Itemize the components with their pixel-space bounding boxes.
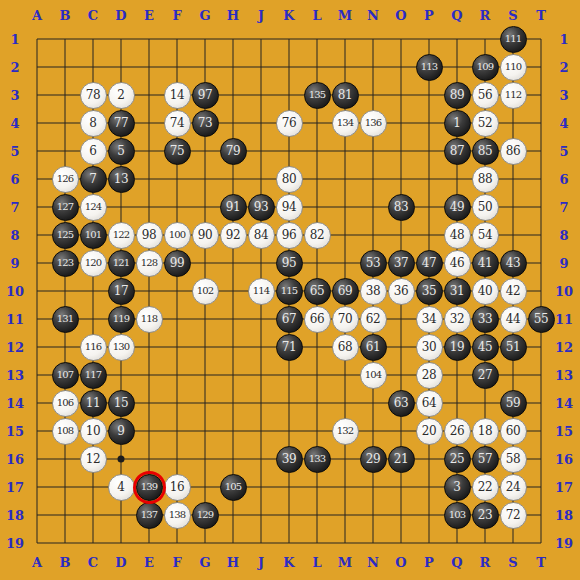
coord-label-left-6: 6 — [10, 172, 19, 187]
stone-black-107: 107 — [52, 362, 79, 389]
stone-black-31: 31 — [444, 278, 471, 305]
coord-label-bottom-J: J — [258, 555, 264, 570]
stone-black-111: 111 — [500, 26, 527, 53]
stone-number: 96 — [282, 229, 297, 241]
coord-label-right-16: 16 — [555, 452, 573, 467]
stone-black-35: 35 — [416, 278, 443, 305]
stone-number: 136 — [365, 118, 382, 128]
stone-white-50: 50 — [472, 194, 499, 221]
coord-label-left-11: 11 — [6, 312, 24, 327]
stone-black-53: 53 — [360, 250, 387, 277]
stone-white-36: 36 — [388, 278, 415, 305]
stone-white-108: 108 — [52, 418, 79, 445]
stone-white-44: 44 — [500, 306, 527, 333]
stone-number: 19 — [450, 341, 465, 353]
stone-number: 53 — [366, 257, 381, 269]
coord-label-top-J: J — [258, 8, 264, 23]
stone-number: 79 — [226, 145, 241, 157]
stone-number: 51 — [506, 341, 521, 353]
coord-label-right-17: 17 — [555, 480, 573, 495]
stone-number: 56 — [478, 89, 493, 101]
stone-white-102: 102 — [192, 278, 219, 305]
stone-white-8: 8 — [80, 110, 107, 137]
coord-label-top-S: S — [508, 8, 517, 23]
stone-number: 71 — [282, 341, 297, 353]
stone-number: 69 — [338, 285, 353, 297]
coord-label-top-R: R — [480, 8, 491, 23]
coord-label-top-Q: Q — [451, 8, 462, 23]
stone-number: 112 — [505, 90, 522, 100]
stone-black-121: 121 — [108, 250, 135, 277]
coord-label-bottom-D: D — [115, 555, 126, 570]
coord-label-right-4: 4 — [559, 116, 568, 131]
stone-number: 125 — [57, 230, 74, 240]
stone-number: 7 — [89, 173, 96, 185]
stone-white-80: 80 — [276, 166, 303, 193]
star-point-D16 — [118, 456, 125, 463]
stone-number: 124 — [85, 202, 102, 212]
stone-number: 42 — [506, 285, 521, 297]
coord-label-left-8: 8 — [10, 228, 19, 243]
stone-number: 81 — [338, 89, 353, 101]
stone-black-59: 59 — [500, 390, 527, 417]
stone-number: 101 — [85, 230, 102, 240]
stone-number: 134 — [337, 118, 354, 128]
stone-number: 86 — [506, 145, 521, 157]
stone-number: 63 — [394, 397, 409, 409]
stone-black-127: 127 — [52, 194, 79, 221]
stone-black-7: 7 — [80, 166, 107, 193]
stone-white-112: 112 — [500, 82, 527, 109]
stone-black-113: 113 — [416, 54, 443, 81]
coord-label-bottom-Q: Q — [451, 555, 462, 570]
stone-black-45: 45 — [472, 334, 499, 361]
stone-white-60: 60 — [500, 418, 527, 445]
stone-white-28: 28 — [416, 362, 443, 389]
stone-number: 17 — [114, 285, 129, 297]
coord-label-bottom-L: L — [312, 555, 321, 570]
stone-black-55: 55 — [528, 306, 555, 333]
stone-number: 39 — [282, 453, 297, 465]
stone-number: 55 — [534, 313, 549, 325]
stone-number: 11 — [86, 397, 101, 409]
stone-white-16: 16 — [164, 474, 191, 501]
coord-label-top-C: C — [88, 8, 98, 23]
stone-number: 93 — [254, 201, 269, 213]
coord-label-bottom-B: B — [60, 555, 71, 570]
stone-number: 117 — [85, 370, 102, 380]
coord-label-bottom-R: R — [480, 555, 491, 570]
stone-number: 111 — [505, 34, 522, 44]
coord-label-bottom-M: M — [338, 555, 352, 570]
stone-number: 4 — [117, 481, 124, 493]
stone-number: 94 — [282, 201, 297, 213]
coord-label-right-15: 15 — [555, 424, 573, 439]
stone-white-124: 124 — [80, 194, 107, 221]
stone-black-89: 89 — [444, 82, 471, 109]
stone-black-85: 85 — [472, 138, 499, 165]
stone-number: 9 — [117, 425, 124, 437]
stone-black-95: 95 — [276, 250, 303, 277]
stone-number: 8 — [89, 117, 96, 129]
coord-label-right-6: 6 — [559, 172, 568, 187]
stone-number: 85 — [478, 145, 493, 157]
coord-label-left-2: 2 — [10, 60, 19, 75]
stone-white-88: 88 — [472, 166, 499, 193]
stone-number: 34 — [422, 313, 437, 325]
stone-number: 27 — [478, 369, 493, 381]
stone-number: 48 — [450, 229, 465, 241]
stone-number: 30 — [422, 341, 437, 353]
stone-white-42: 42 — [500, 278, 527, 305]
stone-white-132: 132 — [332, 418, 359, 445]
stone-black-29: 29 — [360, 446, 387, 473]
stone-white-4: 4 — [108, 474, 135, 501]
stone-number: 37 — [394, 257, 409, 269]
stone-number: 116 — [85, 342, 102, 352]
stone-number: 115 — [281, 286, 298, 296]
coord-label-right-7: 7 — [559, 200, 568, 215]
stone-black-47: 47 — [416, 250, 443, 277]
stone-black-67: 67 — [276, 306, 303, 333]
stone-number: 50 — [478, 201, 493, 213]
stone-white-78: 78 — [80, 82, 107, 109]
coord-label-bottom-F: F — [172, 555, 181, 570]
stone-white-114: 114 — [248, 278, 275, 305]
stone-white-24: 24 — [500, 474, 527, 501]
stone-black-109: 109 — [472, 54, 499, 81]
coord-label-left-9: 9 — [10, 256, 19, 271]
stone-number: 126 — [57, 174, 74, 184]
stone-white-72: 72 — [500, 502, 527, 529]
stone-number: 70 — [338, 313, 353, 325]
stone-number: 98 — [142, 229, 157, 241]
coord-label-right-11: 11 — [555, 312, 573, 327]
stone-number: 87 — [450, 145, 465, 157]
coord-label-right-19: 19 — [555, 536, 573, 551]
stone-number: 35 — [422, 285, 437, 297]
coord-label-left-14: 14 — [6, 396, 24, 411]
coord-label-top-E: E — [144, 8, 154, 23]
stone-white-38: 38 — [360, 278, 387, 305]
stone-number: 20 — [422, 425, 437, 437]
stone-number: 31 — [450, 285, 465, 297]
coord-label-bottom-O: O — [395, 555, 406, 570]
stone-black-27: 27 — [472, 362, 499, 389]
coord-label-top-N: N — [367, 8, 379, 23]
stone-number: 65 — [310, 285, 325, 297]
coord-label-top-T: T — [536, 8, 546, 23]
stone-white-100: 100 — [164, 222, 191, 249]
stone-number: 110 — [505, 62, 522, 72]
coord-label-left-5: 5 — [10, 144, 19, 159]
stone-number: 1 — [453, 117, 460, 129]
stone-number: 14 — [170, 89, 185, 101]
stone-white-74: 74 — [164, 110, 191, 137]
coord-label-right-8: 8 — [559, 228, 568, 243]
stone-white-122: 122 — [108, 222, 135, 249]
coord-label-bottom-N: N — [367, 555, 379, 570]
stone-white-86: 86 — [500, 138, 527, 165]
stone-number: 36 — [394, 285, 409, 297]
stone-number: 58 — [506, 453, 521, 465]
stone-number: 129 — [197, 510, 214, 520]
stone-black-115: 115 — [276, 278, 303, 305]
coord-label-top-K: K — [283, 8, 294, 23]
stone-number: 131 — [57, 314, 74, 324]
coord-label-left-3: 3 — [10, 88, 19, 103]
stone-white-14: 14 — [164, 82, 191, 109]
stone-number: 3 — [453, 481, 460, 493]
coord-label-right-14: 14 — [555, 396, 573, 411]
stone-number: 97 — [198, 89, 213, 101]
coord-label-bottom-S: S — [508, 555, 517, 570]
coord-label-top-M: M — [338, 8, 352, 23]
coord-label-top-F: F — [172, 8, 181, 23]
stone-number: 54 — [478, 229, 493, 241]
stone-number: 57 — [478, 453, 493, 465]
stone-black-137: 137 — [136, 502, 163, 529]
stone-black-21: 21 — [388, 446, 415, 473]
stone-black-11: 11 — [80, 390, 107, 417]
stone-number: 73 — [198, 117, 213, 129]
stone-black-87: 87 — [444, 138, 471, 165]
stone-number: 10 — [86, 425, 101, 437]
stone-black-79: 79 — [220, 138, 247, 165]
stone-white-2: 2 — [108, 82, 135, 109]
stone-white-40: 40 — [472, 278, 499, 305]
stone-number: 23 — [478, 509, 493, 521]
stone-number: 61 — [366, 341, 381, 353]
stone-number: 104 — [365, 370, 382, 380]
stone-number: 68 — [338, 341, 353, 353]
coord-label-top-B: B — [60, 8, 71, 23]
stone-number: 118 — [141, 314, 158, 324]
stone-black-125: 125 — [52, 222, 79, 249]
stone-white-46: 46 — [444, 250, 471, 277]
stone-number: 114 — [253, 286, 270, 296]
stone-number: 119 — [113, 314, 130, 324]
stone-number: 127 — [57, 202, 74, 212]
stone-number: 83 — [394, 201, 409, 213]
stone-number: 103 — [449, 510, 466, 520]
stone-black-3: 3 — [444, 474, 471, 501]
stone-white-94: 94 — [276, 194, 303, 221]
stone-black-91: 91 — [220, 194, 247, 221]
stone-black-71: 71 — [276, 334, 303, 361]
stone-number: 133 — [309, 454, 326, 464]
stone-black-33: 33 — [472, 306, 499, 333]
coord-label-left-16: 16 — [6, 452, 24, 467]
stone-number: 28 — [422, 369, 437, 381]
stone-number: 128 — [141, 258, 158, 268]
stone-white-20: 20 — [416, 418, 443, 445]
coord-label-left-4: 4 — [10, 116, 19, 131]
stone-number: 41 — [478, 257, 493, 269]
stone-number: 77 — [114, 117, 129, 129]
stone-number: 109 — [477, 62, 494, 72]
stone-number: 18 — [478, 425, 493, 437]
stone-number: 44 — [506, 313, 521, 325]
stone-number: 99 — [170, 257, 185, 269]
stone-number: 25 — [450, 453, 465, 465]
stone-number: 66 — [310, 313, 325, 325]
stone-number: 137 — [141, 510, 158, 520]
coord-label-bottom-H: H — [227, 555, 239, 570]
stone-black-97: 97 — [192, 82, 219, 109]
stone-black-69: 69 — [332, 278, 359, 305]
stone-number: 105 — [225, 482, 242, 492]
stone-white-76: 76 — [276, 110, 303, 137]
go-kifu-diagram: AABBCCDDEEFFGGHHJJKKLLMMNNOOPPQQRRSSTT11… — [0, 0, 580, 580]
stone-number: 130 — [113, 342, 130, 352]
stone-number: 132 — [337, 426, 354, 436]
stone-white-22: 22 — [472, 474, 499, 501]
coord-label-top-D: D — [115, 8, 126, 23]
stone-black-105: 105 — [220, 474, 247, 501]
stone-number: 2 — [117, 89, 124, 101]
stone-black-63: 63 — [388, 390, 415, 417]
stone-black-5: 5 — [108, 138, 135, 165]
coord-label-right-2: 2 — [559, 60, 568, 75]
stone-number: 64 — [422, 397, 437, 409]
coord-label-bottom-E: E — [144, 555, 154, 570]
stone-number: 67 — [282, 313, 297, 325]
stone-white-118: 118 — [136, 306, 163, 333]
stone-number: 135 — [309, 90, 326, 100]
coord-label-bottom-A: A — [32, 555, 42, 570]
stone-number: 82 — [310, 229, 325, 241]
stone-number: 106 — [57, 398, 74, 408]
stone-number: 90 — [198, 229, 213, 241]
stone-number: 88 — [478, 173, 493, 185]
stone-white-104: 104 — [360, 362, 387, 389]
stone-white-34: 34 — [416, 306, 443, 333]
stone-number: 74 — [170, 117, 185, 129]
stone-black-9: 9 — [108, 418, 135, 445]
stone-white-32: 32 — [444, 306, 471, 333]
coord-label-bottom-T: T — [536, 555, 546, 570]
stone-white-64: 64 — [416, 390, 443, 417]
stone-black-39: 39 — [276, 446, 303, 473]
coord-label-top-H: H — [227, 8, 239, 23]
coord-label-top-P: P — [424, 8, 434, 23]
stone-white-62: 62 — [360, 306, 387, 333]
stone-number: 38 — [366, 285, 381, 297]
stone-number: 47 — [422, 257, 437, 269]
stone-number: 107 — [57, 370, 74, 380]
coord-label-bottom-G: G — [199, 555, 210, 570]
stone-number: 75 — [170, 145, 185, 157]
stone-white-130: 130 — [108, 334, 135, 361]
coord-label-bottom-C: C — [88, 555, 98, 570]
stone-number: 26 — [450, 425, 465, 437]
stone-white-116: 116 — [80, 334, 107, 361]
coord-label-top-A: A — [32, 8, 42, 23]
stone-number: 102 — [197, 286, 214, 296]
stone-number: 21 — [394, 453, 409, 465]
stone-number: 122 — [113, 230, 130, 240]
stone-white-126: 126 — [52, 166, 79, 193]
stone-black-73: 73 — [192, 110, 219, 137]
stone-black-25: 25 — [444, 446, 471, 473]
stone-white-70: 70 — [332, 306, 359, 333]
coord-label-right-5: 5 — [559, 144, 568, 159]
stone-number: 29 — [366, 453, 381, 465]
stone-white-30: 30 — [416, 334, 443, 361]
stone-white-82: 82 — [304, 222, 331, 249]
coord-label-top-O: O — [395, 8, 406, 23]
stone-black-77: 77 — [108, 110, 135, 137]
coord-label-left-17: 17 — [6, 480, 24, 495]
stone-number: 62 — [366, 313, 381, 325]
stone-black-17: 17 — [108, 278, 135, 305]
stone-number: 45 — [478, 341, 493, 353]
stone-number: 120 — [85, 258, 102, 268]
stone-number: 40 — [478, 285, 493, 297]
coord-label-right-1: 1 — [559, 32, 568, 47]
coord-label-left-13: 13 — [6, 368, 24, 383]
stone-black-15: 15 — [108, 390, 135, 417]
stone-black-81: 81 — [332, 82, 359, 109]
stone-black-23: 23 — [472, 502, 499, 529]
stone-number: 16 — [170, 481, 185, 493]
stone-white-92: 92 — [220, 222, 247, 249]
stone-black-119: 119 — [108, 306, 135, 333]
coord-label-right-18: 18 — [555, 508, 573, 523]
stone-black-1: 1 — [444, 110, 471, 137]
stone-number: 46 — [450, 257, 465, 269]
coord-label-bottom-K: K — [283, 555, 294, 570]
stone-black-135: 135 — [304, 82, 331, 109]
stone-white-128: 128 — [136, 250, 163, 277]
stone-white-84: 84 — [248, 222, 275, 249]
stone-white-110: 110 — [500, 54, 527, 81]
stone-white-18: 18 — [472, 418, 499, 445]
stone-number: 15 — [114, 397, 129, 409]
stone-white-6: 6 — [80, 138, 107, 165]
stone-black-139: 139 — [136, 474, 163, 501]
stone-white-98: 98 — [136, 222, 163, 249]
stone-number: 121 — [113, 258, 130, 268]
stone-number: 113 — [421, 62, 438, 72]
stone-number: 139 — [141, 482, 158, 492]
stone-white-52: 52 — [472, 110, 499, 137]
stone-black-75: 75 — [164, 138, 191, 165]
coord-label-left-15: 15 — [6, 424, 24, 439]
stone-white-68: 68 — [332, 334, 359, 361]
coord-label-left-1: 1 — [10, 32, 19, 47]
stone-number: 33 — [478, 313, 493, 325]
coord-label-left-18: 18 — [6, 508, 24, 523]
stone-black-101: 101 — [80, 222, 107, 249]
coord-label-right-9: 9 — [559, 256, 568, 271]
stone-number: 52 — [478, 117, 493, 129]
stone-black-51: 51 — [500, 334, 527, 361]
stone-number: 59 — [506, 397, 521, 409]
coord-label-left-7: 7 — [10, 200, 19, 215]
stone-number: 24 — [506, 481, 521, 493]
stone-number: 78 — [86, 89, 101, 101]
stone-black-41: 41 — [472, 250, 499, 277]
stone-number: 43 — [506, 257, 521, 269]
stone-black-129: 129 — [192, 502, 219, 529]
stone-black-13: 13 — [108, 166, 135, 193]
stone-white-96: 96 — [276, 222, 303, 249]
stone-black-19: 19 — [444, 334, 471, 361]
stone-white-106: 106 — [52, 390, 79, 417]
stone-number: 100 — [169, 230, 186, 240]
